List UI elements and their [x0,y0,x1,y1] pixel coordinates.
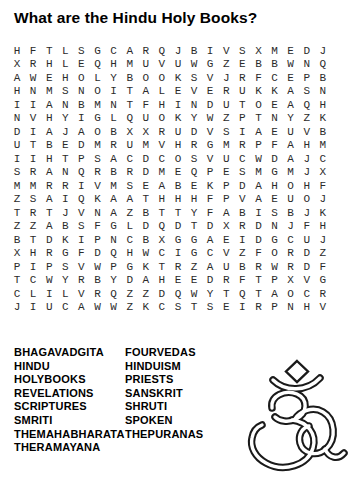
grid-cell: E [57,139,73,153]
grid-cell: J [170,44,186,58]
grid-cell: G [170,233,186,247]
grid-cell: L [122,220,138,234]
grid-cell: K [250,85,266,99]
word-list-item: SCRIPTURES [14,400,125,414]
grid-cell: Y [57,274,73,288]
grid-cell: C [234,152,250,166]
grid-cell: W [250,152,266,166]
grid-cell: C [283,233,299,247]
grid-cell: H [170,193,186,207]
grid-cell: H [154,193,170,207]
grid-cell: F [234,274,250,288]
grid-cell: D [122,274,138,288]
grid-cell: J [315,193,331,207]
grid-cell: J [299,206,315,220]
grid-cell: E [283,44,299,58]
grid-cell: E [138,179,154,193]
grid-cell: Y [106,274,122,288]
grid-cell: M [89,98,105,112]
grid-cell: B [267,58,283,72]
grid-cell: J [9,301,25,315]
grid-cell: B [234,206,250,220]
grid-cell: V [154,139,170,153]
grid-cell: T [170,206,186,220]
grid-cell: A [138,274,154,288]
grid-cell: D [234,179,250,193]
grid-cell: G [186,247,202,261]
grid-cell: E [202,85,218,99]
grid-cell: D [299,247,315,261]
grid-cell: N [299,58,315,72]
grid-cell: B [315,71,331,85]
grid-cell: U [234,85,250,99]
grid-cell: A [106,206,122,220]
grid-cell: H [106,58,122,72]
grid-cell: R [218,274,234,288]
grid-cell: A [283,139,299,153]
grid-cell: E [186,274,202,288]
grid-cell: R [250,301,266,315]
grid-cell: Y [283,112,299,126]
grid-cell: D [202,220,218,234]
grid-cell: A [106,193,122,207]
grid-cell: W [202,112,218,126]
grid-cell: W [106,301,122,315]
grid-cell: E [41,71,57,85]
grid-cell: K [170,112,186,126]
grid-cell: B [9,233,25,247]
word-list-item: THEMAHABHARATA [14,428,125,442]
grid-cell: T [25,139,41,153]
word-list-item: REVELATIONS [14,387,125,401]
grid-cell: G [202,58,218,72]
grid-cell: U [138,112,154,126]
grid-cell: R [250,260,266,274]
grid-cell: T [218,287,234,301]
grid-cell: K [267,85,283,99]
grid-cell: N [106,98,122,112]
grid-cell: W [186,58,202,72]
grid-cell: Z [9,220,25,234]
word-list-item: HINDUISM [125,360,235,374]
grid-cell: H [170,139,186,153]
grid-cell: H [299,139,315,153]
grid-cell: R [41,179,57,193]
grid-cell: R [186,139,202,153]
grid-cell: I [25,152,41,166]
grid-cell: P [106,260,122,274]
grid-cell: Z [122,206,138,220]
word-list-item: PRIESTS [125,373,235,387]
grid-cell: L [57,58,73,72]
grid-cell: M [25,179,41,193]
grid-cell: N [186,98,202,112]
grid-cell: R [89,287,105,301]
grid-cell: I [9,98,25,112]
grid-cell: E [234,58,250,72]
grid-cell: S [73,44,89,58]
grid-cell: D [170,220,186,234]
grid-cell: U [122,139,138,153]
grid-cell: A [73,301,89,315]
grid-cell: I [41,287,57,301]
grid-cell: H [154,98,170,112]
grid-cell: T [250,287,266,301]
grid-cell: Y [186,206,202,220]
grid-cell: I [106,85,122,99]
grid-cell: B [122,71,138,85]
grid-cell: J [315,44,331,58]
grid-cell: P [218,179,234,193]
grid-cell: R [283,260,299,274]
grid-cell: N [57,166,73,180]
word-list-item: BHAGAVADGITA [14,346,125,360]
grid-cell: P [234,112,250,126]
grid-cell: G [267,233,283,247]
grid-cell: G [57,247,73,261]
grid-cell: U [283,125,299,139]
grid-cell: O [283,287,299,301]
grid-cell: B [73,98,89,112]
grid-cell: F [315,179,331,193]
grid-cell: D [138,152,154,166]
grid-cell: R [122,166,138,180]
grid-cell: F [315,260,331,274]
grid-cell: N [106,233,122,247]
grid-cell: D [250,233,266,247]
grid-cell: C [154,152,170,166]
grid-cell: H [122,247,138,261]
grid-cell: X [315,166,331,180]
grid-cell: M [250,166,266,180]
grid-cell: A [9,71,25,85]
grid-cell: A [122,44,138,58]
grid-cell: F [73,247,89,261]
grid-cell: R [25,166,41,180]
grid-cell: R [41,247,57,261]
grid-cell: X [218,220,234,234]
grid-cell: V [73,260,89,274]
grid-cell: E [267,125,283,139]
grid-cell: Z [122,301,138,315]
grid-cell: G [106,220,122,234]
grid-cell: N [25,85,41,99]
grid-cell: V [73,287,89,301]
grid-cell: B [138,233,154,247]
grid-cell: U [218,152,234,166]
grid-cell: Q [154,44,170,58]
word-list-column-2: FOURVEDASHINDUISMPRIESTSSANSKRITSHRUTISP… [125,346,235,455]
grid-cell: B [138,206,154,220]
grid-cell: S [73,220,89,234]
grid-cell: F [202,206,218,220]
grid-cell: O [138,71,154,85]
word-list-item: FOURVEDAS [125,346,235,360]
grid-cell: O [154,71,170,85]
grid-cell: H [41,58,57,72]
grid-cell: W [25,71,41,85]
grid-cell: T [57,152,73,166]
grid-cell: Z [9,193,25,207]
grid-cell: B [186,44,202,58]
grid-cell: X [250,44,266,58]
grid-cell: Z [218,112,234,126]
word-list-item: SHRUTI [125,400,235,414]
grid-cell: I [170,98,186,112]
grid-cell: A [41,166,57,180]
grid-cell: T [250,112,266,126]
grid-cell: S [9,166,25,180]
grid-cell: Q [186,166,202,180]
grid-cell: R [315,287,331,301]
grid-cell: F [25,44,41,58]
grid-cell: A [283,152,299,166]
grid-cell: O [299,193,315,207]
word-list-item: SANSKRIT [125,387,235,401]
grid-cell: R [154,125,170,139]
grid-cell: Q [170,287,186,301]
grid-cell: M [218,139,234,153]
grid-cell: T [41,206,57,220]
grid-cell: V [186,85,202,99]
grid-cell: Z [299,112,315,126]
grid-cell: G [202,139,218,153]
grid-cell: D [202,274,218,288]
grid-cell: R [234,71,250,85]
grid-cell: N [9,112,25,126]
grid-cell: P [89,233,105,247]
grid-cell: M [315,139,331,153]
grid-cell: B [283,206,299,220]
grid-cell: A [138,85,154,99]
word-list-column-1: BHAGAVADGITAHINDUHOLYBOOKSREVELATIONSSCR… [14,346,125,455]
grid-cell: S [122,179,138,193]
grid-cell: T [9,206,25,220]
grid-cell: Z [138,287,154,301]
grid-cell: D [89,247,105,261]
grid-cell: P [41,260,57,274]
grid-cell: B [41,139,57,153]
grid-cell: M [267,44,283,58]
grid-cell: P [202,166,218,180]
grid-cell: H [9,44,25,58]
grid-cell: U [218,260,234,274]
grid-cell: D [9,125,25,139]
grid-cell: G [186,233,202,247]
grid-cell: P [218,193,234,207]
grid-cell: M [122,58,138,72]
grid-cell: V [202,152,218,166]
word-list-item: HINDU [14,360,125,374]
grid-cell: R [283,247,299,261]
grid-cell: I [73,112,89,126]
grid-cell: E [218,166,234,180]
grid-cell: H [267,179,283,193]
grid-cell: K [57,233,73,247]
grid-cell: H [186,193,202,207]
grid-cell: T [122,85,138,99]
grid-cell: K [138,301,154,315]
grid-cell: U [283,193,299,207]
grid-cell: V [234,193,250,207]
grid-cell: B [234,260,250,274]
grid-cell: A [41,125,57,139]
grid-cell: I [25,98,41,112]
grid-cell: C [299,287,315,301]
grid-cell: J [299,166,315,180]
grid-cell: B [106,166,122,180]
grid-cell: S [57,260,73,274]
grid-cell: T [122,98,138,112]
grid-cell: R [218,85,234,99]
grid-cell: B [250,58,266,72]
grid-cell: M [9,179,25,193]
grid-cell: T [186,220,202,234]
grid-cell: V [299,125,315,139]
grid-cell: X [154,233,170,247]
grid-cell: I [73,233,89,247]
grid-cell: I [25,301,41,315]
grid-cell: H [154,274,170,288]
grid-cell: S [89,152,105,166]
grid-cell: T [234,98,250,112]
grid-cell: H [41,152,57,166]
grid-cell: K [202,179,218,193]
grid-cell: F [299,220,315,234]
grid-cell: T [154,260,170,274]
grid-cell: W [283,58,299,72]
grid-cell: U [41,301,57,315]
word-list-item: SPOKEN [125,414,235,428]
grid-cell: M [138,139,154,153]
grid-cell: A [267,287,283,301]
grid-cell: T [9,274,25,288]
grid-cell: D [186,125,202,139]
grid-cell: B [89,274,105,288]
grid-cell: R [57,179,73,193]
grid-cell: W [267,260,283,274]
grid-cell: L [25,287,41,301]
grid-cell: E [218,233,234,247]
grid-cell: A [218,206,234,220]
grid-cell: J [299,152,315,166]
grid-cell: I [73,179,89,193]
grid-cell: M [41,85,57,99]
grid-cell: X [9,58,25,72]
grid-cell: C [154,247,170,261]
word-list-item: THEPURANAS [125,428,235,442]
grid-cell: P [73,152,89,166]
grid-cell: Q [122,112,138,126]
grid-cell: R [234,139,250,153]
grid-cell: V [299,274,315,288]
grid-cell: L [57,287,73,301]
grid-cell: B [106,125,122,139]
grid-cell: A [73,125,89,139]
grid-cell: N [315,85,331,99]
grid-cell: N [57,98,73,112]
grid-cell: Z [218,58,234,72]
grid-cell: O [73,71,89,85]
grid-cell: T [186,301,202,315]
grid-cell: E [73,58,89,72]
grid-cell: C [267,71,283,85]
grid-cell: V [89,179,105,193]
grid-cell: O [154,112,170,126]
grid-cell: V [154,58,170,72]
grid-cell: S [267,206,283,220]
grid-cell: I [25,260,41,274]
grid-cell: U [218,98,234,112]
grid-cell: R [234,220,250,234]
grid-cell: I [25,125,41,139]
grid-cell: I [57,193,73,207]
grid-cell: N [73,85,89,99]
grid-cell: Q [315,58,331,72]
grid-cell: A [283,98,299,112]
grid-cell: S [170,301,186,315]
grid-cell: E [283,71,299,85]
grid-cell: E [186,179,202,193]
grid-cell: J [57,125,73,139]
word-list-item: THERAMAYANA [14,441,125,455]
grid-cell: I [250,206,266,220]
grid-cell: J [283,220,299,234]
grid-cell: M [106,179,122,193]
grid-cell: R [73,274,89,288]
grid-cell: U [299,233,315,247]
grid-cell: E [170,85,186,99]
grid-cell: E [170,166,186,180]
grid-cell: V [202,71,218,85]
grid-cell: I [234,125,250,139]
grid-cell: A [41,193,57,207]
grid-cell: C [122,152,138,166]
grid-cell: T [25,233,41,247]
grid-cell: J [57,206,73,220]
grid-cell: D [250,220,266,234]
grid-cell: T [138,193,154,207]
grid-cell: W [138,247,154,261]
grid-cell: P [250,139,266,153]
grid-cell: A [250,125,266,139]
grid-cell: F [89,220,105,234]
grid-cell: O [250,98,266,112]
grid-cell: Z [234,247,250,261]
grid-cell: A [283,85,299,99]
grid-cell: F [138,98,154,112]
grid-cell: O [89,125,105,139]
grid-cell: P [267,301,283,315]
grid-cell: R [89,166,105,180]
grid-cell: B [170,179,186,193]
grid-cell: H [9,85,25,99]
grid-cell: Q [73,166,89,180]
grid-cell: E [170,274,186,288]
grid-cell: T [41,44,57,58]
grid-cell: D [138,220,154,234]
grid-cell: H [315,98,331,112]
grid-cell: V [202,125,218,139]
grid-cell: G [89,112,105,126]
grid-cell: P [299,71,315,85]
grid-cell: Q [106,247,122,261]
grid-cell: Y [202,287,218,301]
grid-cell: D [299,44,315,58]
grid-cell: S [25,193,41,207]
grid-cell: C [106,44,122,58]
grid-cell: V [315,301,331,315]
